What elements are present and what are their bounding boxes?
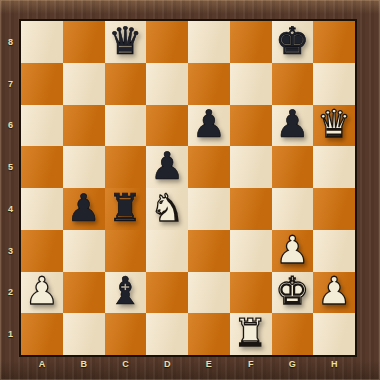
- square-c4[interactable]: ♜: [105, 188, 147, 230]
- file-label-g: G: [272, 355, 314, 380]
- file-label-c: C: [105, 355, 147, 380]
- square-g7[interactable]: [272, 63, 314, 105]
- square-a8[interactable]: [21, 21, 63, 63]
- square-f7[interactable]: [230, 63, 272, 105]
- square-a5[interactable]: [21, 146, 63, 188]
- square-f6[interactable]: [230, 105, 272, 147]
- square-f3[interactable]: [230, 230, 272, 272]
- piece-black-pawn[interactable]: ♟: [67, 189, 101, 227]
- rank-labels: 87654321: [0, 21, 21, 355]
- square-c3[interactable]: [105, 230, 147, 272]
- square-h4[interactable]: [313, 188, 355, 230]
- square-e7[interactable]: [188, 63, 230, 105]
- square-g4[interactable]: [272, 188, 314, 230]
- rank-label-2: 2: [0, 272, 21, 314]
- square-e3[interactable]: [188, 230, 230, 272]
- square-a6[interactable]: [21, 105, 63, 147]
- piece-black-rook[interactable]: ♜: [108, 189, 142, 227]
- file-label-f: F: [230, 355, 272, 380]
- square-b6[interactable]: [63, 105, 105, 147]
- piece-white-pawn[interactable]: ♟: [275, 231, 309, 269]
- piece-white-pawn[interactable]: ♟: [317, 272, 351, 310]
- square-h7[interactable]: [313, 63, 355, 105]
- square-a3[interactable]: [21, 230, 63, 272]
- chess-board: ♛♚♟♟♛♟♟♜♞♟♟♝♚♟♜: [21, 21, 355, 355]
- square-c7[interactable]: [105, 63, 147, 105]
- rank-label-8: 8: [0, 21, 21, 63]
- square-b2[interactable]: [63, 272, 105, 314]
- board-frame: 87654321 ABCDEFGH ♛♚♟♟♛♟♟♜♞♟♟♝♚♟♜: [0, 0, 380, 380]
- square-c5[interactable]: [105, 146, 147, 188]
- square-h2[interactable]: ♟: [313, 272, 355, 314]
- square-e8[interactable]: [188, 21, 230, 63]
- square-d7[interactable]: [146, 63, 188, 105]
- piece-white-king[interactable]: ♚: [275, 272, 309, 310]
- piece-black-bishop[interactable]: ♝: [108, 272, 142, 310]
- square-b8[interactable]: [63, 21, 105, 63]
- square-b4[interactable]: ♟: [63, 188, 105, 230]
- piece-black-pawn[interactable]: ♟: [275, 105, 309, 143]
- square-d6[interactable]: [146, 105, 188, 147]
- file-label-a: A: [21, 355, 63, 380]
- square-h1[interactable]: [313, 313, 355, 355]
- square-h8[interactable]: [313, 21, 355, 63]
- square-c8[interactable]: ♛: [105, 21, 147, 63]
- file-label-h: H: [313, 355, 355, 380]
- piece-white-knight[interactable]: ♞: [150, 189, 184, 227]
- piece-black-king[interactable]: ♚: [275, 22, 309, 60]
- square-c6[interactable]: [105, 105, 147, 147]
- square-d5[interactable]: ♟: [146, 146, 188, 188]
- square-e4[interactable]: [188, 188, 230, 230]
- square-h5[interactable]: [313, 146, 355, 188]
- piece-black-pawn[interactable]: ♟: [192, 105, 226, 143]
- piece-white-pawn[interactable]: ♟: [25, 272, 59, 310]
- square-b5[interactable]: [63, 146, 105, 188]
- square-e6[interactable]: ♟: [188, 105, 230, 147]
- piece-black-pawn[interactable]: ♟: [150, 147, 184, 185]
- rank-label-6: 6: [0, 105, 21, 147]
- rank-label-7: 7: [0, 63, 21, 105]
- square-g3[interactable]: ♟: [272, 230, 314, 272]
- square-e1[interactable]: [188, 313, 230, 355]
- square-h3[interactable]: [313, 230, 355, 272]
- square-a7[interactable]: [21, 63, 63, 105]
- square-a1[interactable]: [21, 313, 63, 355]
- piece-white-queen[interactable]: ♛: [317, 105, 351, 143]
- square-f1[interactable]: ♜: [230, 313, 272, 355]
- square-d2[interactable]: [146, 272, 188, 314]
- square-e2[interactable]: [188, 272, 230, 314]
- rank-label-1: 1: [0, 313, 21, 355]
- square-g8[interactable]: ♚: [272, 21, 314, 63]
- piece-white-rook[interactable]: ♜: [234, 314, 268, 352]
- square-b7[interactable]: [63, 63, 105, 105]
- square-b3[interactable]: [63, 230, 105, 272]
- file-label-e: E: [188, 355, 230, 380]
- rank-label-4: 4: [0, 188, 21, 230]
- square-g1[interactable]: [272, 313, 314, 355]
- square-f2[interactable]: [230, 272, 272, 314]
- square-f8[interactable]: [230, 21, 272, 63]
- square-a4[interactable]: [21, 188, 63, 230]
- piece-black-queen[interactable]: ♛: [108, 22, 142, 60]
- rank-label-5: 5: [0, 146, 21, 188]
- square-d1[interactable]: [146, 313, 188, 355]
- file-labels: ABCDEFGH: [21, 355, 355, 380]
- square-c1[interactable]: [105, 313, 147, 355]
- square-d3[interactable]: [146, 230, 188, 272]
- square-g2[interactable]: ♚: [272, 272, 314, 314]
- square-g5[interactable]: [272, 146, 314, 188]
- square-f4[interactable]: [230, 188, 272, 230]
- file-label-d: D: [146, 355, 188, 380]
- square-c2[interactable]: ♝: [105, 272, 147, 314]
- square-a2[interactable]: ♟: [21, 272, 63, 314]
- rank-label-3: 3: [0, 230, 21, 272]
- square-e5[interactable]: [188, 146, 230, 188]
- square-b1[interactable]: [63, 313, 105, 355]
- square-h6[interactable]: ♛: [313, 105, 355, 147]
- file-label-b: B: [63, 355, 105, 380]
- square-d4[interactable]: ♞: [146, 188, 188, 230]
- square-f5[interactable]: [230, 146, 272, 188]
- square-g6[interactable]: ♟: [272, 105, 314, 147]
- square-d8[interactable]: [146, 21, 188, 63]
